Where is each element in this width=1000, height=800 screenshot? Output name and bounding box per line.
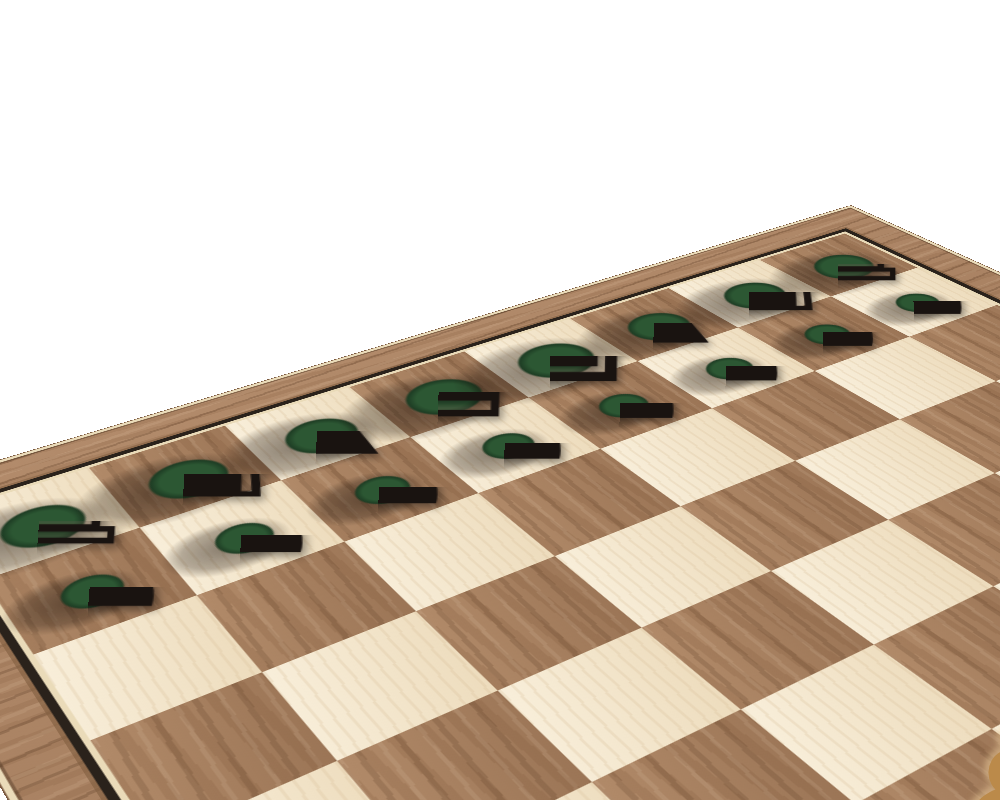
square-b4: [337, 691, 592, 800]
square-b3: [424, 782, 701, 800]
square-c3: [592, 709, 856, 800]
white-pawn-partial: ♟: [943, 710, 1000, 800]
square-a4: [156, 761, 424, 800]
white-pawn-glyph: ♟: [943, 697, 1000, 800]
chess-board: ♜♞♝♛♚♝♞♜♟♟♟♟♟♟♟♟: [0, 205, 1000, 800]
square-c4: [498, 628, 741, 782]
square-b5: [262, 611, 498, 761]
product-photo-scene: ♜♞♝♛♚♝♞♜♟♟♟♟♟♟♟♟ ♟: [0, 0, 1000, 800]
square-c5: [416, 556, 642, 690]
square-a5: [90, 672, 337, 800]
square-d4: [642, 571, 874, 709]
square-a6: [33, 595, 262, 740]
